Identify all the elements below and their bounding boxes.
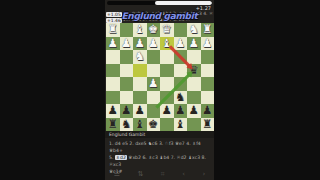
square-d5[interactable] (160, 77, 174, 91)
piece-black-bishop: ♝ (174, 118, 188, 132)
square-e7[interactable] (147, 104, 161, 118)
piece-black-pawn: ♟ (174, 104, 188, 118)
square-a7[interactable]: ♟ (201, 104, 215, 118)
square-c2[interactable]: ♟ (174, 37, 188, 51)
piece-white-knight: ♞ (187, 23, 201, 37)
piece-white-knight: ♞ (133, 50, 147, 64)
opening-label: Englund Gambit (105, 131, 214, 138)
piece-white-pawn: ♟ (201, 37, 215, 51)
square-f7[interactable]: ♟ (133, 104, 147, 118)
piece-black-knight: ♞ (174, 91, 188, 105)
piece-white-pawn: ♟ (147, 37, 161, 51)
square-a5[interactable] (201, 77, 215, 91)
square-e5[interactable]: ♟ (147, 77, 161, 91)
square-d8[interactable] (160, 118, 174, 132)
analysis-icon[interactable]: ⌗ (161, 170, 165, 178)
square-d1[interactable]: ♛ (160, 23, 174, 37)
square-e3[interactable] (147, 50, 161, 64)
square-h4[interactable] (106, 64, 120, 78)
square-c5[interactable] (174, 77, 188, 91)
square-c1[interactable] (174, 23, 188, 37)
square-g4[interactable] (120, 64, 134, 78)
video-frame: +1.27 +1.051... ♛xb2 2. ♗c3 ♝b4 3. ♕d2 ♝… (105, 0, 214, 180)
piece-black-pawn: ♟ (201, 104, 215, 118)
square-g3[interactable] (120, 50, 134, 64)
square-b6[interactable] (187, 91, 201, 105)
piece-white-bishop: ♝ (133, 23, 147, 37)
forward-icon[interactable]: › (202, 170, 205, 178)
piece-black-pawn: ♟ (160, 104, 174, 118)
square-d6[interactable] (160, 91, 174, 105)
piece-white-pawn: ♟ (120, 37, 134, 51)
square-c7[interactable]: ♟ (174, 104, 188, 118)
piece-black-queen: ♛ (187, 64, 201, 78)
square-b3[interactable] (187, 50, 201, 64)
piece-white-king: ♚ (147, 23, 161, 37)
piece-white-pawn: ♟ (133, 37, 147, 51)
square-h2[interactable]: ♟ (106, 37, 120, 51)
square-h8[interactable]: ♜ (106, 118, 120, 132)
piece-white-queen: ♛ (160, 23, 174, 37)
piece-white-rook: ♜ (201, 23, 215, 37)
piece-black-pawn: ♟ (133, 104, 147, 118)
square-h5[interactable] (106, 77, 120, 91)
square-f3[interactable]: ♞ (133, 50, 147, 64)
menu-icon[interactable]: ☰ (114, 170, 120, 178)
square-f8[interactable]: ♝ (133, 118, 147, 132)
engine-lines: +1.051... ♛xb2 2. ♗c3 ♝b4 3. ♕d2 ♝xc3 4.… (106, 11, 213, 23)
square-e4[interactable] (147, 64, 161, 78)
square-g7[interactable]: ♟ (120, 104, 134, 118)
square-g6[interactable] (120, 91, 134, 105)
piece-white-pawn: ♟ (187, 37, 201, 51)
piece-white-bishop: ♝ (160, 37, 174, 51)
piece-white-pawn: ♟ (106, 37, 120, 51)
square-c4[interactable] (174, 64, 188, 78)
square-f2[interactable]: ♟ (133, 37, 147, 51)
eval-badge: +1.05 (106, 12, 122, 17)
chess-board[interactable]: ♜♝♚♛♞♜♟♟♟♟♝♟♟♟♞♛♟♞♟♟♟♟♟♟♟♜♞♝♚♝♜ (106, 23, 214, 131)
square-f6[interactable] (133, 91, 147, 105)
move-token[interactable]: 5. (109, 155, 115, 160)
piece-black-pawn: ♟ (120, 104, 134, 118)
square-e6[interactable] (147, 91, 161, 105)
square-a2[interactable]: ♟ (201, 37, 215, 51)
square-g8[interactable]: ♞ (120, 118, 134, 132)
square-d4[interactable] (160, 64, 174, 78)
square-g1[interactable] (120, 23, 134, 37)
square-g2[interactable]: ♟ (120, 37, 134, 51)
square-d7[interactable]: ♟ (160, 104, 174, 118)
current-move[interactable]: ♗d2 (115, 155, 127, 160)
square-e2[interactable]: ♟ (147, 37, 161, 51)
square-a3[interactable] (201, 50, 215, 64)
bottom-toolbar: ☰⇅⌗‹› (105, 170, 214, 178)
square-f4[interactable] (133, 64, 147, 78)
square-c3[interactable] (174, 50, 188, 64)
piece-black-knight: ♞ (120, 118, 134, 132)
square-a1[interactable]: ♜ (201, 23, 215, 37)
square-e1[interactable]: ♚ (147, 23, 161, 37)
square-h6[interactable] (106, 91, 120, 105)
piece-black-rook: ♜ (201, 118, 215, 132)
square-a6[interactable] (201, 91, 215, 105)
piece-white-pawn: ♟ (147, 77, 161, 91)
piece-white-pawn: ♟ (174, 37, 188, 51)
square-c8[interactable]: ♝ (174, 118, 188, 132)
square-b5[interactable] (187, 77, 201, 91)
move-token[interactable]: 1. d4 e5 2. dxe5 ♞c6 3. ♘f3 ♛e7 4. ♗f4 ♛… (109, 141, 201, 153)
square-b8[interactable] (187, 118, 201, 132)
square-c6[interactable]: ♞ (174, 91, 188, 105)
flip-board-icon[interactable]: ⇅ (137, 170, 143, 178)
square-f5[interactable] (133, 77, 147, 91)
square-h3[interactable] (106, 50, 120, 64)
square-d2[interactable]: ♝ (160, 37, 174, 51)
piece-black-pawn: ♟ (106, 104, 120, 118)
piece-black-pawn: ♟ (187, 104, 201, 118)
square-h1[interactable]: ♜ (106, 23, 120, 37)
square-b4[interactable]: ♛ (187, 64, 201, 78)
square-b2[interactable]: ♟ (187, 37, 201, 51)
square-a8[interactable]: ♜ (201, 118, 215, 132)
piece-black-rook: ♜ (106, 118, 120, 132)
eval-badge: +1.46 (106, 18, 122, 23)
square-f1[interactable]: ♝ (133, 23, 147, 37)
square-h7[interactable]: ♟ (106, 104, 120, 118)
square-e8[interactable]: ♚ (147, 118, 161, 132)
piece-black-bishop: ♝ (133, 118, 147, 132)
square-b1[interactable]: ♞ (187, 23, 201, 37)
square-g5[interactable] (120, 77, 134, 91)
piece-black-king: ♚ (147, 118, 161, 132)
square-d3[interactable] (160, 50, 174, 64)
back-icon[interactable]: ‹ (182, 170, 185, 178)
square-a4[interactable] (201, 64, 215, 78)
square-b7[interactable]: ♟ (187, 104, 201, 118)
piece-white-rook: ♜ (106, 23, 120, 37)
